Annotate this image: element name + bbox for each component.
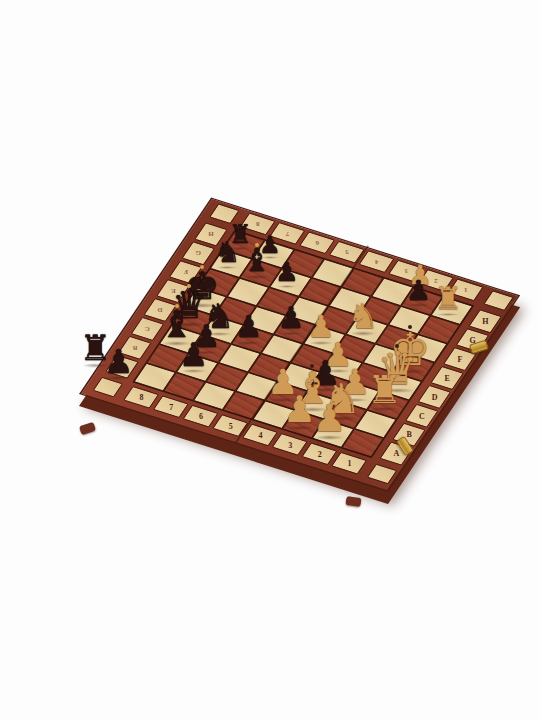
rank-label-7: 7 — [153, 396, 189, 418]
rank-label-2: 2 — [302, 443, 338, 465]
far-rank-label-8: 8 — [240, 213, 276, 235]
far-rank-label-6: 6 — [299, 232, 335, 254]
rank-label-1: 1 — [331, 452, 367, 474]
chess-board: 8AA87BB76CC65DD54EE43FF32GG21HH1 — [79, 197, 520, 491]
far-rank-label-7: 7 — [269, 222, 305, 244]
far-rank-label-1: 1 — [448, 279, 484, 301]
rank-label-4: 4 — [242, 424, 278, 446]
far-rank-label-3: 3 — [388, 260, 424, 282]
rank-label-6: 6 — [183, 405, 219, 427]
corner-plaque-0 — [93, 377, 123, 397]
corner-plaque-1 — [209, 204, 239, 224]
product-photo: 8AA87BB76CC65DD54EE43FF32GG21HH1 ♚♛♜♜♞♞♝… — [0, 0, 540, 720]
far-rank-label-2: 2 — [418, 269, 454, 291]
board-foot-bottom — [345, 496, 361, 507]
corner-plaque-2 — [367, 464, 397, 484]
board-foot-left — [79, 422, 96, 435]
far-rank-label-4: 4 — [359, 250, 395, 272]
rank-label-8: 8 — [123, 386, 159, 408]
far-file-label-a: A — [105, 355, 138, 379]
rank-label-3: 3 — [272, 433, 308, 455]
corner-plaque-3 — [483, 291, 513, 311]
